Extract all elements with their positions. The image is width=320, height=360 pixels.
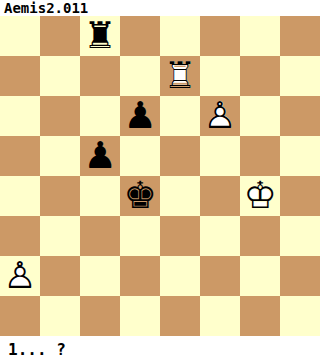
square-f5[interactable] — [200, 136, 240, 176]
square-a1[interactable] — [0, 296, 40, 336]
square-d5[interactable] — [120, 136, 160, 176]
white-pawn[interactable]: ♟♙ — [200, 96, 240, 136]
square-h8[interactable] — [280, 16, 320, 56]
square-c1[interactable] — [80, 296, 120, 336]
square-c8[interactable]: ♜ — [80, 16, 120, 56]
square-f3[interactable] — [200, 216, 240, 256]
square-d7[interactable] — [120, 56, 160, 96]
square-g5[interactable] — [240, 136, 280, 176]
square-f2[interactable] — [200, 256, 240, 296]
square-g2[interactable] — [240, 256, 280, 296]
square-d2[interactable] — [120, 256, 160, 296]
diagram-title: Aemis2.011 — [0, 0, 320, 16]
square-e6[interactable] — [160, 96, 200, 136]
chess-diagram-window: Aemis2.011 ♜♜♖♟♟♙♟♚♚♔♟♙ 1... ? — [0, 0, 320, 360]
square-g4[interactable]: ♚♔ — [240, 176, 280, 216]
black-king[interactable]: ♚ — [120, 176, 160, 216]
black-pawn-glyph: ♟ — [120, 96, 160, 136]
square-b3[interactable] — [40, 216, 80, 256]
black-pawn-glyph: ♟ — [80, 136, 120, 176]
black-rook[interactable]: ♜ — [80, 16, 120, 56]
square-c3[interactable] — [80, 216, 120, 256]
square-e2[interactable] — [160, 256, 200, 296]
white-king[interactable]: ♚♔ — [240, 176, 280, 216]
square-f1[interactable] — [200, 296, 240, 336]
square-e4[interactable] — [160, 176, 200, 216]
square-e3[interactable] — [160, 216, 200, 256]
square-h5[interactable] — [280, 136, 320, 176]
square-h7[interactable] — [280, 56, 320, 96]
square-e8[interactable] — [160, 16, 200, 56]
square-a5[interactable] — [0, 136, 40, 176]
square-c7[interactable] — [80, 56, 120, 96]
move-prompt: 1... ? — [0, 336, 320, 360]
black-pawn[interactable]: ♟ — [120, 96, 160, 136]
square-h2[interactable] — [280, 256, 320, 296]
square-e7[interactable]: ♜♖ — [160, 56, 200, 96]
white-rook[interactable]: ♜♖ — [160, 56, 200, 96]
square-a4[interactable] — [0, 176, 40, 216]
square-h3[interactable] — [280, 216, 320, 256]
square-e5[interactable] — [160, 136, 200, 176]
white-king-outline: ♔ — [240, 176, 280, 216]
black-rook-glyph: ♜ — [80, 16, 120, 56]
black-king-glyph: ♚ — [120, 176, 160, 216]
square-g3[interactable] — [240, 216, 280, 256]
square-d3[interactable] — [120, 216, 160, 256]
white-pawn-outline: ♙ — [0, 256, 40, 296]
square-d4[interactable]: ♚ — [120, 176, 160, 216]
square-b8[interactable] — [40, 16, 80, 56]
square-g1[interactable] — [240, 296, 280, 336]
square-f7[interactable] — [200, 56, 240, 96]
square-d1[interactable] — [120, 296, 160, 336]
square-g7[interactable] — [240, 56, 280, 96]
square-h1[interactable] — [280, 296, 320, 336]
square-c5[interactable]: ♟ — [80, 136, 120, 176]
square-b7[interactable] — [40, 56, 80, 96]
square-c4[interactable] — [80, 176, 120, 216]
square-a6[interactable] — [0, 96, 40, 136]
square-d8[interactable] — [120, 16, 160, 56]
black-pawn[interactable]: ♟ — [80, 136, 120, 176]
square-d6[interactable]: ♟ — [120, 96, 160, 136]
square-b4[interactable] — [40, 176, 80, 216]
square-h4[interactable] — [280, 176, 320, 216]
square-g6[interactable] — [240, 96, 280, 136]
square-e1[interactable] — [160, 296, 200, 336]
chess-board: ♜♜♖♟♟♙♟♚♚♔♟♙ — [0, 16, 320, 336]
white-pawn-outline: ♙ — [200, 96, 240, 136]
square-f8[interactable] — [200, 16, 240, 56]
square-f4[interactable] — [200, 176, 240, 216]
square-a8[interactable] — [0, 16, 40, 56]
square-b6[interactable] — [40, 96, 80, 136]
square-b1[interactable] — [40, 296, 80, 336]
square-b2[interactable] — [40, 256, 80, 296]
square-a2[interactable]: ♟♙ — [0, 256, 40, 296]
white-rook-outline: ♖ — [160, 56, 200, 96]
square-b5[interactable] — [40, 136, 80, 176]
square-h6[interactable] — [280, 96, 320, 136]
square-g8[interactable] — [240, 16, 280, 56]
square-f6[interactable]: ♟♙ — [200, 96, 240, 136]
square-c6[interactable] — [80, 96, 120, 136]
white-pawn[interactable]: ♟♙ — [0, 256, 40, 296]
square-a7[interactable] — [0, 56, 40, 96]
square-a3[interactable] — [0, 216, 40, 256]
square-c2[interactable] — [80, 256, 120, 296]
